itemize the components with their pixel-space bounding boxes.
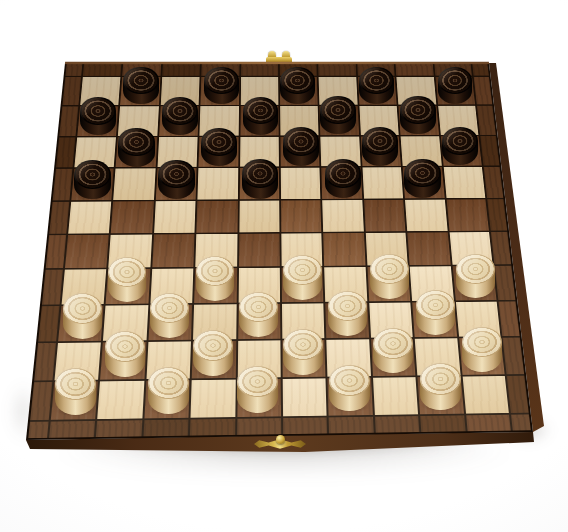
frame-cell [28,422,48,439]
checker-piece-light[interactable] [420,363,460,410]
piece-top-face [359,67,394,94]
square-r4c10[interactable] [443,167,485,198]
piece-top-face [283,329,323,360]
piece-top-face [320,96,356,124]
piece-top-face [420,363,460,395]
photo-stage [0,0,568,532]
piece-top-face [193,330,233,361]
checker-piece-dark[interactable] [400,96,435,134]
checker-piece-light[interactable] [456,254,494,298]
checker-piece-light[interactable] [108,257,147,302]
checker-piece-light[interactable] [329,365,370,412]
frame-cell [38,306,59,342]
checker-piece-dark[interactable] [158,160,195,199]
piece-top-face [442,127,478,155]
checker-piece-light[interactable] [416,290,455,335]
piece-top-face [158,160,195,189]
square-r4c8[interactable] [362,167,403,198]
checker-piece-dark[interactable] [118,128,154,167]
checker-piece-dark[interactable] [320,96,356,134]
checker-piece-light[interactable] [105,331,145,377]
piece-top-face [462,327,502,358]
piece-top-face [325,159,362,188]
square-r5c1[interactable] [68,201,111,233]
checker-piece-dark[interactable] [243,97,279,135]
checker-piece-dark[interactable] [80,97,116,135]
piece-top-face [400,96,435,124]
checker-piece-dark[interactable] [204,67,239,105]
frame-cell [241,64,278,75]
checker-piece-dark[interactable] [362,127,398,165]
square-r5c7[interactable] [323,200,364,232]
square-r6c3[interactable] [152,234,194,267]
checker-piece-dark[interactable] [442,127,478,165]
piece-top-face [404,159,441,188]
frame-cell [143,419,188,436]
frame-cell [237,418,281,435]
piece-top-face [105,331,145,362]
square-r5c5[interactable] [239,200,279,232]
frame-cell [318,64,355,75]
piece-top-face [373,328,413,359]
checker-piece-dark[interactable] [438,67,473,104]
square-r4c4[interactable] [198,168,238,199]
frame-cell [65,64,82,76]
square-r10c8[interactable] [373,377,418,415]
brass-latch-icon [254,434,306,454]
checker-piece-light[interactable] [63,293,103,339]
piece-top-face [283,127,319,155]
checker-piece-dark[interactable] [123,67,158,105]
checker-piece-dark[interactable] [280,67,315,104]
frame-cell [396,64,434,75]
checker-piece-dark[interactable] [74,160,111,200]
square-r5c3[interactable] [154,201,196,233]
piece-top-face [150,293,189,324]
checker-piece-dark[interactable] [404,159,441,198]
frame-cell [96,420,142,437]
square-r10c2[interactable] [98,380,145,419]
frame-cell [477,106,496,135]
checker-piece-light[interactable] [239,292,278,337]
checker-piece-light[interactable] [55,368,96,415]
square-r6c7[interactable] [323,233,365,266]
frame-cell [46,235,66,268]
checker-piece-light[interactable] [462,327,502,373]
square-r5c4[interactable] [197,200,238,232]
frame-cell [34,343,56,380]
square-r5c6[interactable] [281,200,322,232]
frame-cell [466,415,511,432]
frame-cell [375,416,420,433]
piece-top-face [108,257,147,287]
piece-top-face [74,160,111,189]
frame-cell [190,419,235,436]
square-r5c9[interactable] [405,199,447,231]
frame-cell [329,417,374,434]
square-r6c5[interactable] [239,234,280,267]
frame-cell [511,414,531,430]
frame-cell [162,64,200,75]
piece-top-face [328,291,367,322]
frame-cell [420,415,465,432]
square-r10c6[interactable] [283,378,327,416]
frame-cell [49,421,95,438]
piece-top-face [55,368,96,400]
frame-cell [283,417,327,434]
piece-top-face [242,159,279,188]
checker-piece-light[interactable] [193,330,233,376]
piece-top-face [283,255,322,285]
piece-top-face [80,97,116,125]
checker-piece-dark[interactable] [242,159,279,198]
checker-piece-light[interactable] [328,291,367,336]
square-r6c1[interactable] [65,235,109,269]
checker-piece-dark[interactable] [283,127,319,166]
frame-cell [49,201,69,233]
square-r5c2[interactable] [111,201,154,233]
frame-cell [484,167,504,198]
checker-piece-dark[interactable] [359,67,394,104]
square-r4c2[interactable] [114,168,156,199]
square-r10c4[interactable] [191,379,236,417]
piece-top-face [204,67,239,94]
checker-piece-light[interactable] [283,255,322,300]
square-r4c6[interactable] [281,168,321,199]
checker-piece-light[interactable] [150,293,189,339]
square-r5c10[interactable] [446,199,489,231]
square-r5c8[interactable] [364,200,406,232]
checker-piece-light[interactable] [370,254,408,298]
checker-piece-light[interactable] [237,366,278,413]
piece-top-face [123,67,158,95]
square-r6c9[interactable] [407,232,450,265]
frame-cell [42,270,63,305]
piece-top-face [148,367,189,399]
checker-piece-light[interactable] [196,256,235,301]
piece-top-face [329,365,370,397]
piece-top-face [280,67,315,94]
frame-cell [56,137,75,167]
piece-top-face [118,128,154,156]
frame-cell [507,375,529,413]
piece-top-face [416,290,455,320]
frame-cell [472,64,488,75]
piece-top-face [438,67,473,94]
square-r10c10[interactable] [462,376,509,414]
checker-piece-light[interactable] [283,329,323,375]
checker-piece-light[interactable] [148,367,189,414]
frame-cell [487,199,507,231]
piece-top-face [162,97,198,125]
piece-top-face [456,254,494,284]
frame-cell [62,77,81,105]
frame-cell [480,136,499,166]
checker-piece-dark[interactable] [162,97,198,135]
frame-cell [83,64,122,75]
piece-top-face [362,127,398,155]
piece-top-face [201,128,237,156]
checker-piece-dark[interactable] [201,128,237,167]
checker-piece-dark[interactable] [325,159,362,198]
checker-piece-light[interactable] [373,328,413,374]
piece-top-face [370,254,408,284]
